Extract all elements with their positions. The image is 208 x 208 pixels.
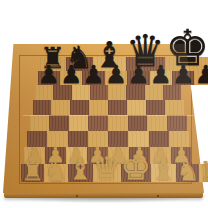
square-b4[interactable]: [49, 115, 69, 131]
board-box-edge: [4, 193, 203, 198]
square-d1[interactable]: ♛: [93, 164, 121, 182]
square-f4[interactable]: [128, 115, 148, 131]
black-pawn[interactable]: ♟: [172, 62, 194, 87]
board-row-7: ♟♟♟♟♟♟♟♟: [38, 71, 179, 85]
white-bishop[interactable]: ♝: [68, 156, 93, 184]
square-c4[interactable]: [69, 115, 89, 131]
board-row-4: [30, 115, 187, 131]
square-h6[interactable]: [163, 85, 181, 100]
square-a7[interactable]: ♟: [38, 71, 60, 85]
square-h7[interactable]: ♟: [194, 71, 208, 85]
white-knight[interactable]: ♞: [44, 158, 67, 184]
board-field: ♜♞♝♛♚♝♞♜♟♟♟♟♟♟♟♟♟♟♟♟♟♟♟♟♜♞♝♛♚♝♞♜: [21, 57, 195, 182]
square-f5[interactable]: [127, 100, 146, 115]
photo-background: ♜♞♝♛♚♝♞♜♟♟♟♟♟♟♟♟♟♟♟♟♟♟♟♟♜♞♝♛♚♝♞♜: [0, 0, 208, 208]
square-b6[interactable]: [53, 85, 71, 100]
square-f1[interactable]: ♝: [151, 164, 176, 182]
square-a6[interactable]: [35, 85, 53, 100]
square-g7[interactable]: ♟: [172, 71, 194, 85]
square-c6[interactable]: [72, 85, 90, 100]
square-g1[interactable]: ♞: [176, 164, 199, 182]
white-knight[interactable]: ♞: [176, 158, 199, 184]
square-h5[interactable]: [165, 100, 184, 115]
square-c5[interactable]: [70, 100, 89, 115]
square-a1[interactable]: ♜: [21, 164, 44, 182]
square-c1[interactable]: ♝: [68, 164, 93, 182]
square-h4[interactable]: [167, 115, 187, 131]
square-c7[interactable]: ♟: [82, 71, 104, 85]
black-pawn[interactable]: ♟: [60, 62, 82, 87]
black-pawn[interactable]: ♟: [127, 62, 149, 87]
square-g5[interactable]: [146, 100, 165, 115]
white-rook[interactable]: ♜: [199, 158, 208, 184]
square-h1[interactable]: ♜: [199, 164, 208, 182]
square-b1[interactable]: ♞: [44, 164, 67, 182]
square-e4[interactable]: [108, 115, 128, 131]
square-e1[interactable]: ♚: [121, 164, 151, 182]
white-king[interactable]: ♚: [121, 150, 151, 184]
square-g4[interactable]: [147, 115, 167, 131]
square-f7[interactable]: ♟: [150, 71, 172, 85]
square-a5[interactable]: [33, 100, 52, 115]
square-d7[interactable]: ♟: [105, 71, 127, 85]
square-b7[interactable]: ♟: [60, 71, 82, 85]
square-g6[interactable]: [145, 85, 163, 100]
square-e5[interactable]: [108, 100, 127, 115]
square-e7[interactable]: ♟: [127, 71, 149, 85]
white-bishop[interactable]: ♝: [151, 156, 176, 184]
black-pawn[interactable]: ♟: [194, 62, 208, 87]
square-d5[interactable]: [89, 100, 108, 115]
board-row-6: [35, 85, 181, 100]
square-d6[interactable]: [90, 85, 108, 100]
board-row-5: [33, 100, 184, 115]
white-rook[interactable]: ♜: [21, 158, 44, 184]
square-e6[interactable]: [108, 85, 126, 100]
black-pawn[interactable]: ♟: [105, 62, 127, 87]
black-pawn[interactable]: ♟: [82, 62, 104, 87]
white-queen[interactable]: ♛: [93, 153, 121, 184]
black-pawn[interactable]: ♟: [38, 62, 60, 87]
square-f6[interactable]: [126, 85, 144, 100]
square-d4[interactable]: [88, 115, 108, 131]
board-row-1: ♜♞♝♛♚♝♞♜: [21, 164, 195, 182]
black-pawn[interactable]: ♟: [150, 62, 172, 87]
square-a4[interactable]: [30, 115, 50, 131]
square-b5[interactable]: [51, 100, 70, 115]
